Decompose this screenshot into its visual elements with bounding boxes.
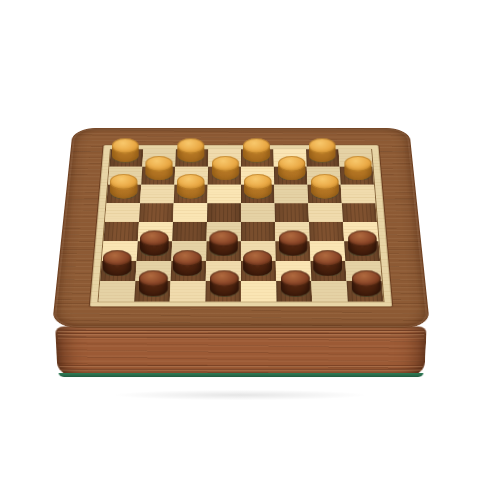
square-r8c3[interactable]	[170, 281, 206, 302]
square-r7c1[interactable]	[100, 261, 136, 281]
square-r7c4[interactable]	[206, 261, 241, 281]
square-r2c7[interactable]	[307, 167, 341, 185]
square-r4c8[interactable]	[342, 203, 377, 222]
base-felt-edge	[59, 373, 424, 377]
square-r5c7[interactable]	[309, 222, 344, 241]
square-r2c8[interactable]	[340, 167, 374, 185]
front-groove-line	[57, 330, 424, 331]
square-r7c6[interactable]	[276, 261, 312, 281]
square-r3c2[interactable]	[140, 185, 174, 203]
square-r1c8[interactable]	[339, 149, 373, 167]
square-r7c3[interactable]	[171, 261, 207, 281]
square-r3c6[interactable]	[274, 185, 308, 203]
square-r4c6[interactable]	[275, 203, 309, 222]
square-r2c3[interactable]	[174, 167, 208, 185]
square-r6c4[interactable]	[206, 241, 241, 261]
square-r1c4[interactable]	[208, 149, 241, 167]
square-r2c2[interactable]	[141, 167, 175, 185]
square-r4c4[interactable]	[207, 203, 241, 222]
front-groove-line	[59, 369, 422, 370]
checker-top	[243, 138, 270, 153]
square-r4c1[interactable]	[105, 203, 140, 222]
square-r1c7[interactable]	[306, 149, 340, 167]
square-r7c8[interactable]	[345, 261, 381, 281]
square-r6c1[interactable]	[102, 241, 138, 261]
front-groove-line	[59, 365, 422, 366]
square-r6c8[interactable]	[344, 241, 380, 261]
square-r6c7[interactable]	[310, 241, 346, 261]
square-r8c2[interactable]	[134, 281, 170, 302]
board-grid	[99, 149, 384, 301]
box-front-side	[55, 327, 427, 378]
board-inlay-maple-border	[90, 145, 392, 306]
square-r2c6[interactable]	[274, 167, 308, 185]
square-r7c7[interactable]	[311, 261, 347, 281]
square-r5c6[interactable]	[275, 222, 310, 241]
checkers-box-top	[52, 128, 430, 328]
square-r6c2[interactable]	[137, 241, 173, 261]
front-groove-line	[58, 333, 425, 334]
square-r1c6[interactable]	[274, 149, 307, 167]
square-r6c5[interactable]	[241, 241, 276, 261]
checker-top	[177, 138, 204, 153]
square-r3c3[interactable]	[174, 185, 208, 203]
square-r2c1[interactable]	[108, 167, 142, 185]
square-r4c7[interactable]	[308, 203, 343, 222]
square-r4c3[interactable]	[173, 203, 207, 222]
square-r3c7[interactable]	[308, 185, 342, 203]
square-r2c5[interactable]	[241, 167, 274, 185]
square-r4c2[interactable]	[139, 203, 174, 222]
square-r1c5[interactable]	[241, 149, 274, 167]
square-r3c8[interactable]	[341, 185, 376, 203]
checker-top	[308, 138, 335, 153]
square-r6c3[interactable]	[171, 241, 206, 261]
square-r8c4[interactable]	[205, 281, 241, 302]
square-r2c4[interactable]	[208, 167, 241, 185]
square-r1c1[interactable]	[109, 149, 143, 167]
square-r8c8[interactable]	[347, 281, 384, 302]
square-r5c3[interactable]	[172, 222, 207, 241]
square-r8c1[interactable]	[99, 281, 136, 302]
checker-top	[112, 138, 139, 153]
product-photo-stage	[0, 0, 480, 480]
square-r8c7[interactable]	[311, 281, 347, 302]
square-r8c6[interactable]	[276, 281, 312, 302]
square-r3c1[interactable]	[107, 185, 142, 203]
square-r1c2[interactable]	[142, 149, 176, 167]
square-r5c4[interactable]	[207, 222, 241, 241]
square-r1c3[interactable]	[175, 149, 208, 167]
ground-shadow	[70, 388, 410, 402]
square-r5c5[interactable]	[241, 222, 275, 241]
square-r3c5[interactable]	[241, 185, 275, 203]
square-r5c1[interactable]	[103, 222, 139, 241]
square-r7c5[interactable]	[241, 261, 276, 281]
square-r7c2[interactable]	[135, 261, 171, 281]
square-r8c5[interactable]	[241, 281, 277, 302]
square-r3c4[interactable]	[207, 185, 241, 203]
square-r5c8[interactable]	[343, 222, 379, 241]
square-r4c5[interactable]	[241, 203, 275, 222]
front-groove-line	[58, 337, 424, 338]
square-r5c2[interactable]	[138, 222, 173, 241]
square-r6c6[interactable]	[275, 241, 310, 261]
